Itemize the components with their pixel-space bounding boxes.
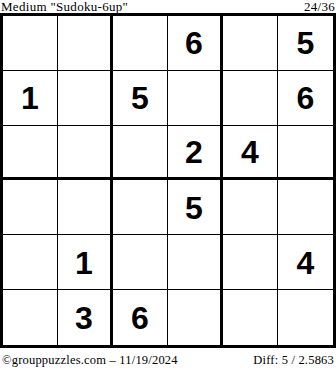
cell-r3c2[interactable]: [58, 126, 113, 181]
cell-r6c5[interactable]: [223, 290, 278, 345]
cell-r4c6[interactable]: [278, 180, 333, 235]
cell-r3c1[interactable]: [3, 126, 58, 181]
cell-r6c2[interactable]: 3: [58, 290, 113, 345]
sudoku-board: 651562451436: [0, 13, 336, 348]
cell-r4c1[interactable]: [3, 180, 58, 235]
cell-r3c5[interactable]: 4: [223, 126, 278, 181]
puzzle-page: Medium "Sudoku-6up" 24/36 651562451436 ©…: [0, 0, 336, 370]
cell-r3c6[interactable]: [278, 126, 333, 181]
header: Medium "Sudoku-6up" 24/36: [1, 0, 335, 13]
cell-r2c6[interactable]: 6: [278, 71, 333, 126]
cell-r2c3[interactable]: 5: [113, 71, 168, 126]
cell-r5c1[interactable]: [3, 235, 58, 290]
cell-r1c3[interactable]: [113, 16, 168, 71]
footer: ©grouppuzzles.com – 11/19/2024 Diff: 5 /…: [2, 353, 334, 367]
cell-r6c1[interactable]: [3, 290, 58, 345]
cell-r4c5[interactable]: [223, 180, 278, 235]
cell-r3c3[interactable]: [113, 126, 168, 181]
cell-r5c4[interactable]: [168, 235, 223, 290]
cell-r1c5[interactable]: [223, 16, 278, 71]
givens-counter: 24/36: [304, 0, 335, 13]
cell-r5c3[interactable]: [113, 235, 168, 290]
cell-r2c5[interactable]: [223, 71, 278, 126]
cell-r5c5[interactable]: [223, 235, 278, 290]
cell-r5c6[interactable]: 4: [278, 235, 333, 290]
cell-r3c4[interactable]: 2: [168, 126, 223, 181]
cell-r6c6[interactable]: [278, 290, 333, 345]
cell-r2c4[interactable]: [168, 71, 223, 126]
cell-r2c1[interactable]: 1: [3, 71, 58, 126]
cell-r4c3[interactable]: [113, 180, 168, 235]
cell-r4c2[interactable]: [58, 180, 113, 235]
cell-r1c2[interactable]: [58, 16, 113, 71]
difficulty-label: Diff: 5 / 2.5863: [253, 353, 334, 367]
cell-r4c4[interactable]: 5: [168, 180, 223, 235]
cell-r2c2[interactable]: [58, 71, 113, 126]
cell-r1c1[interactable]: [3, 16, 58, 71]
cell-r1c6[interactable]: 5: [278, 16, 333, 71]
cell-r6c4[interactable]: [168, 290, 223, 345]
puzzle-title: Medium "Sudoku-6up": [1, 0, 128, 13]
cell-r5c2[interactable]: 1: [58, 235, 113, 290]
cell-r6c3[interactable]: 6: [113, 290, 168, 345]
cell-r1c4[interactable]: 6: [168, 16, 223, 71]
copyright-credit: ©grouppuzzles.com – 11/19/2024: [2, 353, 178, 367]
